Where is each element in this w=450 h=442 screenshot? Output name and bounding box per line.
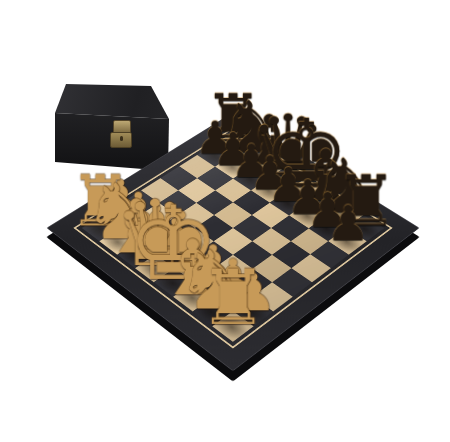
chess-set-product-photo: ♜♞♝♛♚♝♞♜♟♟♟♟♟♟♟♟♟♟♟♟♟♟♟♟♜♞♝♛♚♝♞♜ xyxy=(0,0,450,442)
white-rook-h1: ♜ xyxy=(199,260,267,336)
black-pawn-h7: ♟ xyxy=(326,198,370,247)
brass-clasp-icon xyxy=(110,120,132,150)
board-squares: ♜♞♝♛♚♝♞♜♟♟♟♟♟♟♟♟♟♟♟♟♟♟♟♟♜♞♝♛♚♝♞♜ xyxy=(82,132,385,341)
clasp-plate xyxy=(110,132,132,148)
clasp-keyhole xyxy=(120,136,123,141)
